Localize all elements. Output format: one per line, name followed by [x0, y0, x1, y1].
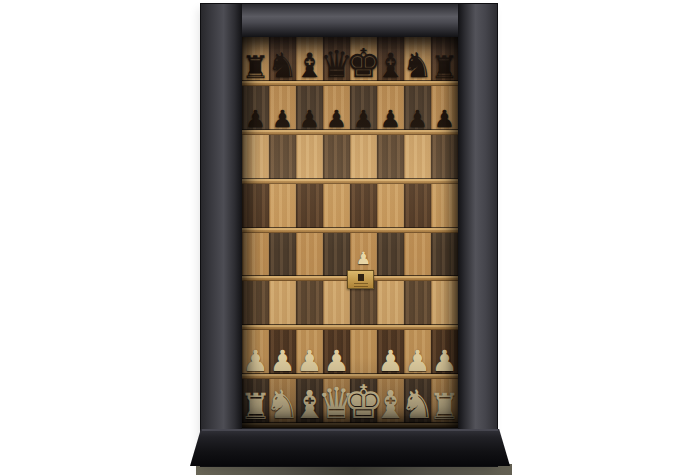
square-c2: ♟: [296, 330, 323, 379]
square-d7: ♟: [323, 86, 350, 135]
square-c5: [296, 184, 323, 233]
rank-8: ♜♞♝♛♚♝♞♜: [242, 37, 458, 86]
chess-board: ♜♞♝♛♚♝♞♜♟♟♟♟♟♟♟♟♟♟♟♟♟♟♟♟♜♞♝♛♚♝♞♜: [242, 37, 458, 428]
square-d6: [323, 135, 350, 184]
black-pawn-h7: ♟: [434, 108, 455, 132]
square-c3: [296, 281, 323, 330]
black-rook-h8: ♜: [431, 52, 459, 83]
frame-left-moulding: [201, 4, 242, 466]
black-pawn-b7: ♟: [272, 108, 293, 132]
square-b3: [269, 281, 296, 330]
square-a2: ♟: [242, 330, 269, 379]
white-pawn-d2: ♟: [323, 347, 349, 376]
square-f5: [377, 184, 404, 233]
square-g5: [404, 184, 431, 233]
square-d5: [323, 184, 350, 233]
black-pawn-f7: ♟: [380, 108, 401, 132]
rank-6: [242, 135, 458, 184]
black-pawn-d7: ♟: [326, 108, 347, 132]
square-a3: [242, 281, 269, 330]
white-rook-h1: ♜: [428, 389, 460, 425]
square-f3: [377, 281, 404, 330]
frame-sill: [190, 429, 510, 466]
brand-tag-emblem-icon: [358, 274, 364, 281]
square-h6: [431, 135, 458, 184]
white-pawn-b2: ♟: [269, 347, 295, 376]
square-a8: ♜: [242, 37, 269, 86]
square-g1: ♞: [404, 379, 431, 428]
black-rook-a8: ♜: [242, 52, 270, 83]
white-pawn-g2: ♟: [404, 347, 430, 376]
square-h5: [431, 184, 458, 233]
square-h8: ♜: [431, 37, 458, 86]
black-pawn-a7: ♟: [245, 108, 266, 132]
frame-top-moulding: [201, 4, 497, 37]
white-pawn-f2: ♟: [377, 347, 403, 376]
square-e5: [350, 184, 377, 233]
rank-7: ♟♟♟♟♟♟♟♟: [242, 86, 458, 135]
square-c4: [296, 233, 323, 282]
black-bishop-f8: ♝: [375, 49, 405, 83]
square-b7: ♟: [269, 86, 296, 135]
rank-1: ♜♞♝♛♚♝♞♜: [242, 379, 458, 428]
square-h1: ♜: [431, 379, 458, 428]
square-b4: [269, 233, 296, 282]
black-knight-g8: ♞: [402, 48, 433, 82]
square-c7: ♟: [296, 86, 323, 135]
square-h3: [431, 281, 458, 330]
brand-tag-text-line: [354, 283, 368, 284]
square-d4: [323, 233, 350, 282]
square-a5: [242, 184, 269, 233]
square-g7: ♟: [404, 86, 431, 135]
white-pawn-e4: ♟: [356, 250, 371, 267]
white-pawn-h2: ♟: [431, 347, 457, 376]
square-e2: [350, 330, 377, 379]
brand-tag: [347, 270, 374, 289]
square-g4: [404, 233, 431, 282]
square-h7: ♟: [431, 86, 458, 135]
square-b8: ♞: [269, 37, 296, 86]
square-a4: [242, 233, 269, 282]
square-e8: ♚: [350, 37, 377, 86]
square-b6: [269, 135, 296, 184]
square-e6: [350, 135, 377, 184]
black-knight-b8: ♞: [267, 48, 298, 82]
square-d2: ♟: [323, 330, 350, 379]
white-pawn-a2: ♟: [242, 347, 268, 376]
square-h2: ♟: [431, 330, 458, 379]
square-d3: [323, 281, 350, 330]
square-b5: [269, 184, 296, 233]
frame-right-moulding: [458, 4, 497, 466]
square-h4: [431, 233, 458, 282]
square-f4: [377, 233, 404, 282]
square-e7: ♟: [350, 86, 377, 135]
product-photo-scene: ♜♞♝♛♚♝♞♜♟♟♟♟♟♟♟♟♟♟♟♟♟♟♟♟♜♞♝♛♚♝♞♜: [0, 0, 700, 475]
rank-5: [242, 184, 458, 233]
square-f2: ♟: [377, 330, 404, 379]
square-g6: [404, 135, 431, 184]
square-c6: [296, 135, 323, 184]
square-b2: ♟: [269, 330, 296, 379]
black-pawn-e7: ♟: [353, 108, 374, 132]
white-pawn-c2: ♟: [296, 347, 322, 376]
black-pawn-c7: ♟: [299, 108, 320, 132]
black-pawn-g7: ♟: [407, 108, 428, 132]
rank-2: ♟♟♟♟♟♟♟: [242, 330, 458, 379]
square-g3: [404, 281, 431, 330]
square-a7: ♟: [242, 86, 269, 135]
square-f6: [377, 135, 404, 184]
square-f7: ♟: [377, 86, 404, 135]
square-g8: ♞: [404, 37, 431, 86]
square-g2: ♟: [404, 330, 431, 379]
brand-tag-text-line: [354, 286, 368, 287]
square-a6: [242, 135, 269, 184]
